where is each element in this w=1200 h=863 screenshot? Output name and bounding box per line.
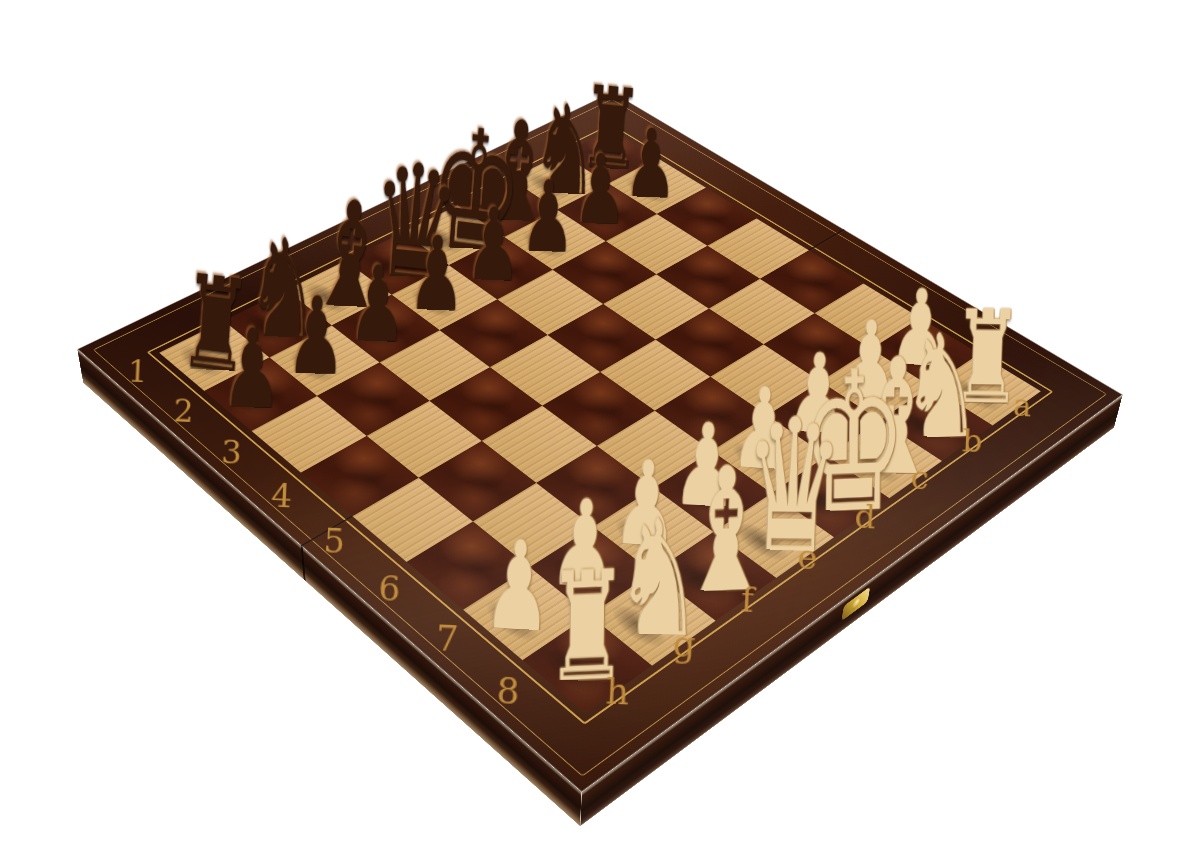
piece-shadow xyxy=(726,516,798,568)
piece-shadow xyxy=(666,473,736,522)
product-photo: ♜♟♟♜♞♟♟♞♝♟♟♝♚♟♟♚♛♟♟♛♝♟♟♝♞♟♟♞♜♟♟♜ 1234567… xyxy=(0,0,1200,863)
piece-shadow xyxy=(402,283,463,323)
side-fold-seam xyxy=(300,545,305,581)
piece-shadow xyxy=(831,368,898,411)
board-field: ♜♟♟♜♞♟♟♞♝♟♟♝♚♟♟♚♛♟♟♛♝♟♟♝♞♟♟♞♜♟♟♜ xyxy=(159,130,1041,713)
piece-shadow xyxy=(356,249,415,287)
chess-board: ♜♟♟♜♞♟♟♞♝♟♟♝♚♟♟♚♛♟♟♛♝♟♟♝♞♟♟♞♜♟♟♜ 1234567… xyxy=(77,92,1123,792)
